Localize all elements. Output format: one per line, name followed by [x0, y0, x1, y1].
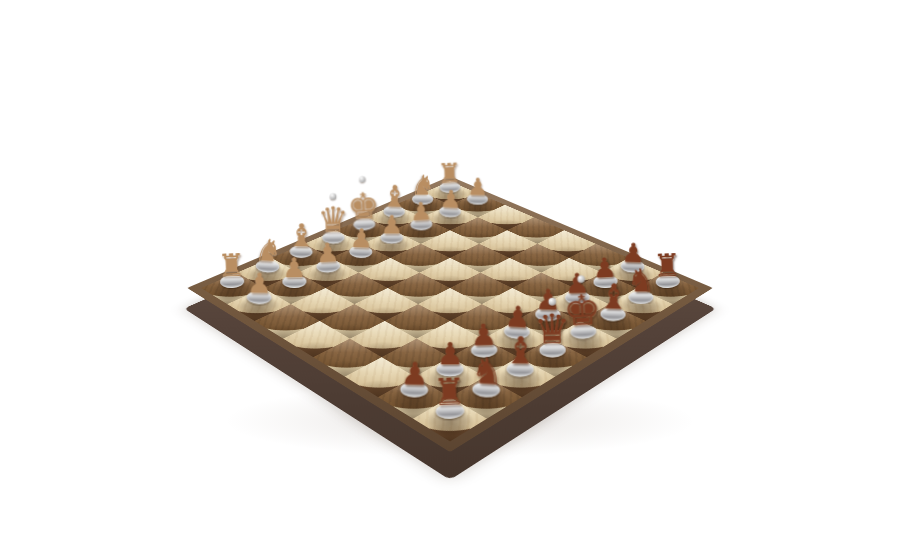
- square-b4: [320, 304, 385, 339]
- piece-body: ♟: [230, 228, 289, 305]
- pawn-icon: ♟: [230, 269, 288, 298]
- board-3d: ♜♞♝♛♚♝♞♜♟♟♟♟♟♟♟♟♟♟♟♟♟♟♟♟♜♞♝♛♚♝♞♜: [187, 176, 713, 452]
- square-a3: [255, 304, 320, 339]
- square-a4: [283, 321, 350, 357]
- rook-icon: ♜: [415, 372, 483, 411]
- square-a5: [313, 339, 381, 377]
- square-b3: [291, 288, 355, 321]
- board-scene: ♜♞♝♛♚♝♞♜♟♟♟♟♟♟♟♟♟♟♟♟♟♟♟♟♜♞♝♛♚♝♞♜: [0, 0, 900, 560]
- piece-black-rook-a8: ♜: [417, 331, 483, 419]
- piece-white-pawn-a2: ♟: [230, 228, 287, 304]
- product-photo[interactable]: ♜♞♝♛♚♝♞♜♟♟♟♟♟♟♟♟♟♟♟♟♟♟♟♟♜♞♝♛♚♝♞♜: [0, 0, 900, 560]
- piece-body: ♜: [414, 330, 483, 420]
